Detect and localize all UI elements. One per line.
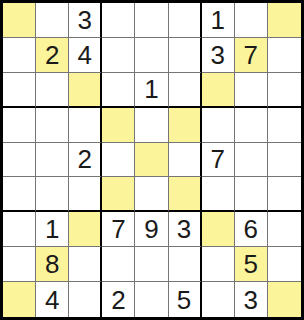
cell-r4c7[interactable] [202,108,235,143]
cell-r4c3[interactable] [69,108,102,143]
cell-r3c7[interactable] [202,73,235,108]
cell-r8c3[interactable] [69,247,102,282]
cell-r8c2[interactable]: 8 [36,247,69,282]
cell-r5c7[interactable]: 7 [202,143,235,178]
cell-r8c8[interactable]: 5 [235,247,268,282]
cell-r8c5[interactable] [135,247,168,282]
cell-r3c1[interactable] [3,73,36,108]
cell-r7c5[interactable]: 9 [135,212,168,247]
cell-r3c8[interactable] [235,73,268,108]
cell-r3c4[interactable] [102,73,135,108]
cell-r9c5[interactable] [135,282,168,317]
cell-r5c3[interactable]: 2 [69,143,102,178]
cell-r7c2[interactable]: 1 [36,212,69,247]
cell-r4c9[interactable] [268,108,301,143]
cell-r6c4[interactable] [102,177,135,212]
cell-r8c7[interactable] [202,247,235,282]
cell-r6c7[interactable] [202,177,235,212]
cell-r9c9[interactable] [268,282,301,317]
cell-r9c3[interactable] [69,282,102,317]
cell-r7c9[interactable] [268,212,301,247]
cell-r2c4[interactable] [102,38,135,73]
cell-r1c4[interactable] [102,3,135,38]
cell-r9c2[interactable]: 4 [36,282,69,317]
cell-r6c9[interactable] [268,177,301,212]
cell-r6c8[interactable] [235,177,268,212]
sudoku-board: 31243712717936854253 [0,0,304,320]
cell-r2c3[interactable]: 4 [69,38,102,73]
cell-r2c6[interactable] [169,38,202,73]
cell-r3c5[interactable]: 1 [135,73,168,108]
cell-r2c8[interactable]: 7 [235,38,268,73]
cell-r1c8[interactable] [235,3,268,38]
cell-r7c4[interactable]: 7 [102,212,135,247]
cell-r4c4[interactable] [102,108,135,143]
cell-r5c6[interactable] [169,143,202,178]
cell-r6c3[interactable] [69,177,102,212]
cell-r1c6[interactable] [169,3,202,38]
cell-r5c9[interactable] [268,143,301,178]
cell-r3c3[interactable] [69,73,102,108]
cell-r8c1[interactable] [3,247,36,282]
cell-r8c4[interactable] [102,247,135,282]
cell-r7c6[interactable]: 3 [169,212,202,247]
cell-r2c9[interactable] [268,38,301,73]
cell-r7c3[interactable] [69,212,102,247]
cell-r5c5[interactable] [135,143,168,178]
cell-r1c7[interactable]: 1 [202,3,235,38]
cell-r8c6[interactable] [169,247,202,282]
cell-r4c6[interactable] [169,108,202,143]
cell-r9c7[interactable] [202,282,235,317]
cell-r4c8[interactable] [235,108,268,143]
cell-r5c1[interactable] [3,143,36,178]
cell-r1c5[interactable] [135,3,168,38]
cell-r2c1[interactable] [3,38,36,73]
cell-r3c2[interactable] [36,73,69,108]
cell-r7c1[interactable] [3,212,36,247]
cell-r6c5[interactable] [135,177,168,212]
cell-r2c2[interactable]: 2 [36,38,69,73]
cell-r6c6[interactable] [169,177,202,212]
cell-r8c9[interactable] [268,247,301,282]
cell-r4c2[interactable] [36,108,69,143]
cell-r4c5[interactable] [135,108,168,143]
cell-r5c4[interactable] [102,143,135,178]
cell-r2c7[interactable]: 3 [202,38,235,73]
cell-r7c7[interactable] [202,212,235,247]
cell-r1c3[interactable]: 3 [69,3,102,38]
cell-r6c1[interactable] [3,177,36,212]
cell-r9c1[interactable] [3,282,36,317]
cell-r5c8[interactable] [235,143,268,178]
cell-r1c9[interactable] [268,3,301,38]
cell-r3c9[interactable] [268,73,301,108]
cell-r9c6[interactable]: 5 [169,282,202,317]
cell-r3c6[interactable] [169,73,202,108]
cell-r4c1[interactable] [3,108,36,143]
cell-r9c4[interactable]: 2 [102,282,135,317]
cell-r5c2[interactable] [36,143,69,178]
cell-r2c5[interactable] [135,38,168,73]
cell-r1c2[interactable] [36,3,69,38]
cell-r9c8[interactable]: 3 [235,282,268,317]
cell-r7c8[interactable]: 6 [235,212,268,247]
cell-r6c2[interactable] [36,177,69,212]
cell-r1c1[interactable] [3,3,36,38]
